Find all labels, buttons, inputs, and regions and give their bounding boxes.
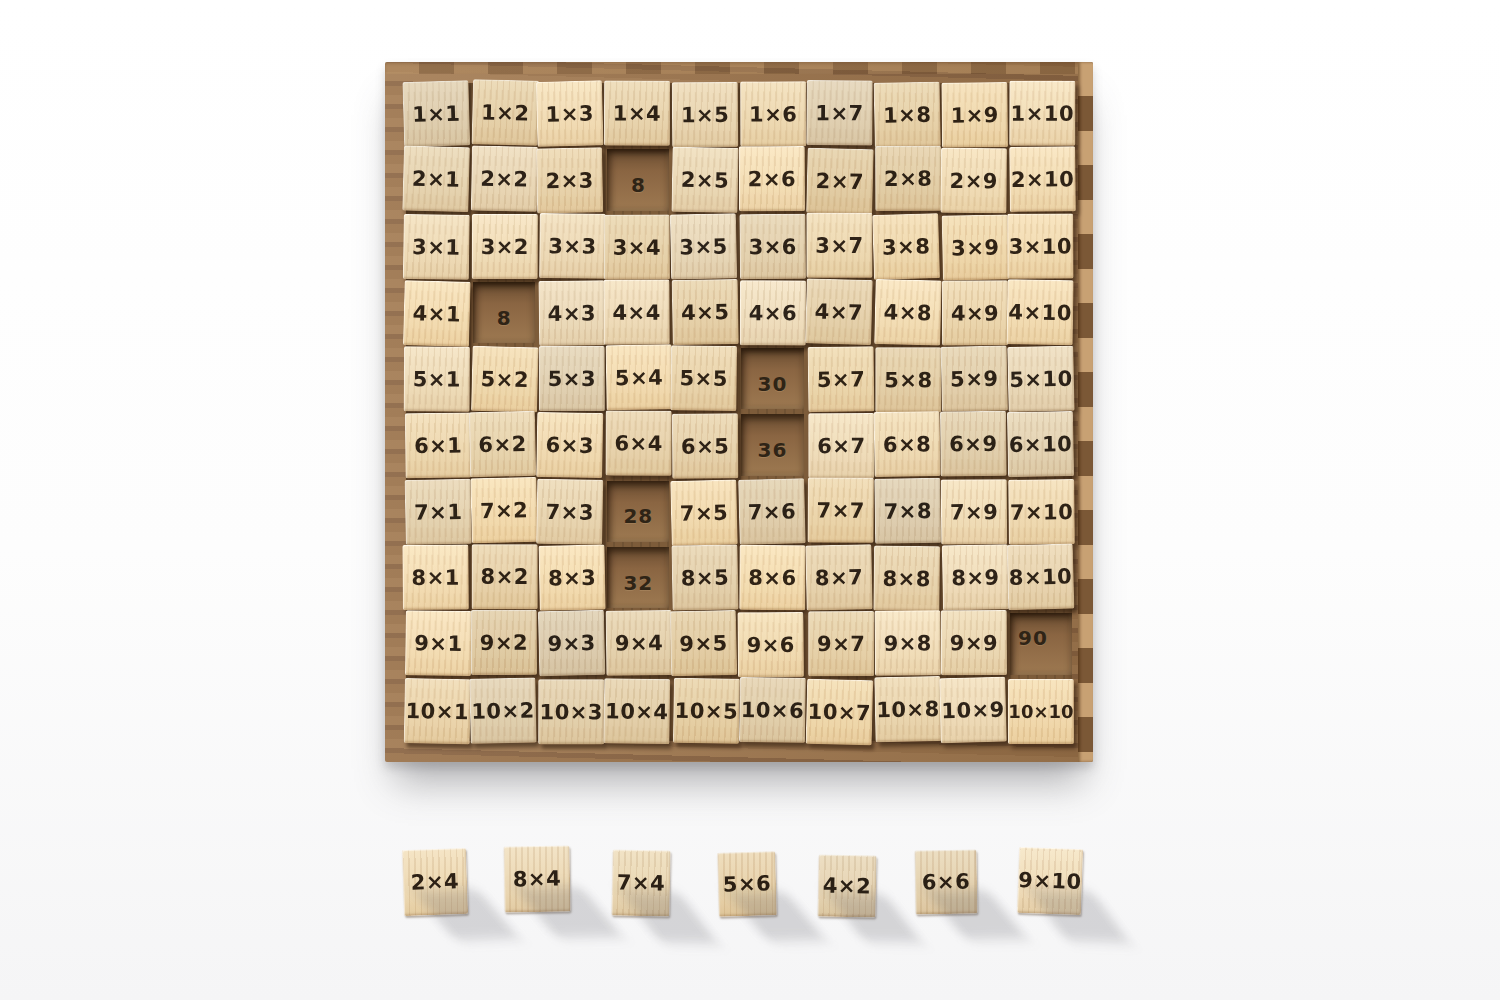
board-cell-r1c5: 1×5 xyxy=(674,83,736,144)
loose-tile-9x10[interactable]: 9×10 xyxy=(1017,847,1083,915)
board-cell-r3c4: 3×4 xyxy=(607,216,669,277)
tile-10x3[interactable]: 10×3 xyxy=(538,679,604,744)
tile-6x5[interactable]: 6×5 xyxy=(672,414,738,480)
board-cell-r9c2: 9×2 xyxy=(473,613,535,674)
board-cell-r5c7: 5×7 xyxy=(809,348,871,409)
tile-9x9[interactable]: 9×9 xyxy=(941,610,1007,676)
tile-8x5[interactable]: 8×5 xyxy=(672,545,739,611)
tile-2x3[interactable]: 2×3 xyxy=(536,148,603,214)
tile-3x7[interactable]: 3×7 xyxy=(806,212,872,277)
tile-7x7[interactable]: 7×7 xyxy=(807,477,873,543)
board-cell-r2c5: 2×5 xyxy=(674,149,736,210)
board-cell-r4c7: 4×7 xyxy=(809,282,871,343)
tile-9x2[interactable]: 9×2 xyxy=(471,610,537,676)
tile-7x10[interactable]: 7×10 xyxy=(1008,479,1075,545)
board-cell-r7c5: 7×5 xyxy=(674,481,736,542)
tile-4x3[interactable]: 4×3 xyxy=(539,280,606,346)
loose-tile-5x6[interactable]: 5×6 xyxy=(717,851,777,916)
board-cell-r7c1: 7×1 xyxy=(406,481,468,542)
revealed-answer-r9c10: 90 xyxy=(1018,626,1048,650)
board-cell-r10c2: 10×2 xyxy=(473,680,535,741)
tile-5x10[interactable]: 5×10 xyxy=(1007,346,1074,413)
tile-5x3[interactable]: 5×3 xyxy=(539,346,605,411)
board-cell-r6c1: 6×1 xyxy=(406,414,468,475)
tile-5x9[interactable]: 5×9 xyxy=(940,346,1007,413)
revealed-answer-r2c4: 8 xyxy=(631,173,646,197)
finger-joints-right xyxy=(1078,62,1093,762)
board-cell-r5c6[interactable]: 30 xyxy=(741,348,803,409)
board-cell-r8c10: 8×10 xyxy=(1010,547,1072,608)
board-cell-r9c8: 9×8 xyxy=(876,613,938,674)
tile-1x4[interactable]: 1×4 xyxy=(604,80,670,146)
board-cell-r10c5: 10×5 xyxy=(674,680,736,741)
tile-8x8[interactable]: 8×8 xyxy=(873,546,940,612)
board-cell-r6c4: 6×4 xyxy=(607,414,669,475)
tile-5x4[interactable]: 5×4 xyxy=(606,344,673,410)
board-cell-r7c2: 7×2 xyxy=(473,481,535,542)
board-cell-r2c9: 2×9 xyxy=(943,149,1005,210)
board-cell-r2c2: 2×2 xyxy=(473,149,535,210)
tile-7x6[interactable]: 7×6 xyxy=(739,478,807,545)
tile-10x2[interactable]: 10×2 xyxy=(469,677,536,744)
loose-tile-6x6[interactable]: 6×6 xyxy=(914,849,977,914)
board-cell-r6c8: 6×8 xyxy=(876,414,938,475)
tile-5x7[interactable]: 5×7 xyxy=(807,346,874,412)
tile-9x3[interactable]: 9×3 xyxy=(538,610,606,677)
tile-4x6[interactable]: 4×6 xyxy=(740,280,806,346)
board-cell-r5c10: 5×10 xyxy=(1010,348,1072,409)
board-cell-r10c8: 10×8 xyxy=(876,680,938,741)
board-cell-r4c8: 4×8 xyxy=(876,282,938,343)
board-cell-r5c5: 5×5 xyxy=(674,348,736,409)
board-cell-r2c3: 2×3 xyxy=(540,149,602,210)
board-cell-r8c6: 8×6 xyxy=(741,547,803,608)
board-cell-r5c3: 5×3 xyxy=(540,348,602,409)
tile-4x1[interactable]: 4×1 xyxy=(403,280,471,347)
board-cell-r6c3: 6×3 xyxy=(540,414,602,475)
tile-9x5[interactable]: 9×5 xyxy=(670,610,738,677)
board-cell-r10c4: 10×4 xyxy=(607,680,669,741)
board-cell-r8c3: 8×3 xyxy=(540,547,602,608)
revealed-answer-r8c4: 32 xyxy=(623,571,653,595)
revealed-answer-r6c6: 36 xyxy=(758,438,788,462)
tile-6x7[interactable]: 6×7 xyxy=(808,414,874,479)
board-cell-r8c1: 8×1 xyxy=(406,547,468,608)
tile-9x4[interactable]: 9×4 xyxy=(606,610,673,676)
tile-7x5[interactable]: 7×5 xyxy=(671,479,739,546)
board-cell-r3c3: 3×3 xyxy=(540,216,602,277)
board-cell-r5c9: 5×9 xyxy=(943,348,1005,409)
board-cell-r9c10[interactable]: 90 xyxy=(1010,613,1072,674)
board-cell-r1c9: 1×9 xyxy=(943,83,1005,144)
tile-2x5[interactable]: 2×5 xyxy=(672,147,739,213)
tile-2x1[interactable]: 2×1 xyxy=(402,146,470,213)
board-cell-r9c3: 9×3 xyxy=(540,613,602,674)
board-cell-r10c6: 10×6 xyxy=(741,680,803,741)
tile-7x8[interactable]: 7×8 xyxy=(874,478,941,544)
tile-9x1[interactable]: 9×1 xyxy=(405,611,472,677)
tile-9x7[interactable]: 9×7 xyxy=(808,611,874,676)
board-cell-r2c7: 2×7 xyxy=(809,149,871,210)
board-cell-r4c4: 4×4 xyxy=(607,282,669,343)
board-cell-r3c5: 3×5 xyxy=(674,216,736,277)
board-cell-r1c7: 1×7 xyxy=(809,83,871,144)
board-cell-r3c8: 3×8 xyxy=(876,216,938,277)
board-cell-r3c7: 3×7 xyxy=(809,216,871,277)
tile-2x2[interactable]: 2×2 xyxy=(471,146,538,212)
board-cell-r6c9: 6×9 xyxy=(943,414,1005,475)
revealed-answer-r5c6: 30 xyxy=(758,372,788,396)
board-cell-r3c10: 3×10 xyxy=(1010,216,1072,277)
tile-5x1[interactable]: 5×1 xyxy=(404,347,470,413)
revealed-answer-r7c4: 28 xyxy=(623,504,653,528)
tile-6x4[interactable]: 6×4 xyxy=(606,411,672,477)
board-cell-r7c9: 7×9 xyxy=(943,481,1005,542)
tile-1x5[interactable]: 1×5 xyxy=(672,82,739,148)
tile-1x9[interactable]: 1×9 xyxy=(941,82,1008,148)
board-cell-r4c6: 4×6 xyxy=(741,282,803,343)
board-cell-r8c9: 8×9 xyxy=(943,547,1005,608)
tile-9x8[interactable]: 9×8 xyxy=(874,611,941,677)
tile-6x10[interactable]: 6×10 xyxy=(1007,411,1074,478)
tile-7x1[interactable]: 7×1 xyxy=(405,478,472,545)
tile-10x4[interactable]: 10×4 xyxy=(604,678,671,744)
board-cell-r8c8: 8×8 xyxy=(876,547,938,608)
board-cell-r10c9: 10×9 xyxy=(943,680,1005,741)
tile-3x6[interactable]: 3×6 xyxy=(740,213,807,279)
tile-4x5[interactable]: 4×5 xyxy=(672,279,739,345)
board-cell-r5c2: 5×2 xyxy=(473,348,535,409)
tile-6x1[interactable]: 6×1 xyxy=(405,413,472,479)
board-cell-r10c3: 10×3 xyxy=(540,680,602,741)
board-cell-r5c8: 5×8 xyxy=(876,348,938,409)
board-cell-r8c7: 8×7 xyxy=(809,547,871,608)
tile-1x3[interactable]: 1×3 xyxy=(536,80,604,147)
tile-3x2[interactable]: 3×2 xyxy=(472,213,538,279)
tile-8x6[interactable]: 8×6 xyxy=(740,545,806,611)
board-cell-r4c5: 4×5 xyxy=(674,282,736,343)
board-grid: 1×11×21×31×41×51×61×71×81×91×102×12×22×3… xyxy=(406,83,1072,741)
board-cell-r5c4: 5×4 xyxy=(607,348,669,409)
board-cell-r4c9: 4×9 xyxy=(943,282,1005,343)
tile-8x7[interactable]: 8×7 xyxy=(805,544,872,611)
board-cell-r9c9: 9×9 xyxy=(943,613,1005,674)
board-cell-r1c6: 1×6 xyxy=(741,83,803,144)
tile-3x3[interactable]: 3×3 xyxy=(539,213,606,279)
board-cell-r2c1: 2×1 xyxy=(406,149,468,210)
tile-10x10[interactable]: 10×10 xyxy=(1008,679,1074,744)
board-cell-r8c5: 8×5 xyxy=(674,547,736,608)
board-cell-r6c6[interactable]: 36 xyxy=(741,414,803,475)
tile-4x10[interactable]: 4×10 xyxy=(1007,279,1074,345)
board-cell-r4c3: 4×3 xyxy=(540,282,602,343)
tile-3x9[interactable]: 3×9 xyxy=(941,214,1008,281)
loose-tile-8x4[interactable]: 8×4 xyxy=(503,845,570,912)
board-cell-r1c1: 1×1 xyxy=(406,83,468,144)
tile-8x10[interactable]: 8×10 xyxy=(1007,544,1075,611)
tile-6x2[interactable]: 6×2 xyxy=(469,411,536,478)
tile-3x5[interactable]: 3×5 xyxy=(670,213,737,280)
tile-1x2[interactable]: 1×2 xyxy=(472,79,540,146)
board-cell-r3c2: 3×2 xyxy=(473,216,535,277)
tile-7x2[interactable]: 7×2 xyxy=(470,477,538,544)
tile-1x7[interactable]: 1×7 xyxy=(806,80,873,146)
tile-10x5[interactable]: 10×5 xyxy=(673,677,740,743)
tile-7x9[interactable]: 7×9 xyxy=(941,479,1008,545)
board-cell-r1c8: 1×8 xyxy=(876,83,938,144)
board-cell-r2c8: 2×8 xyxy=(876,149,938,210)
board-cell-r5c1: 5×1 xyxy=(406,348,468,409)
tile-5x5[interactable]: 5×5 xyxy=(671,345,738,411)
board-cell-r10c1: 10×1 xyxy=(406,680,468,741)
finger-joints-top xyxy=(385,62,1093,74)
board-cell-r1c2: 1×2 xyxy=(473,83,535,144)
tile-2x9[interactable]: 2×9 xyxy=(940,148,1007,214)
tile-2x10[interactable]: 2×10 xyxy=(1009,147,1076,213)
board-cell-r7c3: 7×3 xyxy=(540,481,602,542)
tile-4x4[interactable]: 4×4 xyxy=(604,279,670,345)
board-cell-r6c2: 6×2 xyxy=(473,414,535,475)
board-cell-r9c5: 9×5 xyxy=(674,613,736,674)
tile-3x8[interactable]: 3×8 xyxy=(872,213,940,280)
tile-4x7[interactable]: 4×7 xyxy=(805,278,873,345)
board-cell-r6c5: 6×5 xyxy=(674,414,736,475)
board-cell-r8c2: 8×2 xyxy=(473,547,535,608)
board-cell-r3c9: 3×9 xyxy=(943,216,1005,277)
board-cell-r4c10: 4×10 xyxy=(1010,282,1072,343)
tile-3x10[interactable]: 3×10 xyxy=(1007,213,1073,279)
tile-4x9[interactable]: 4×9 xyxy=(942,280,1008,345)
tile-10x8[interactable]: 10×8 xyxy=(874,676,941,743)
tile-3x4[interactable]: 3×4 xyxy=(604,214,670,280)
multiplication-board: 1×11×21×31×41×51×61×71×81×91×102×12×22×3… xyxy=(385,62,1093,762)
tile-2x6[interactable]: 2×6 xyxy=(739,146,805,212)
board-cell-r9c6: 9×6 xyxy=(741,613,803,674)
board-cell-r2c6: 2×6 xyxy=(741,149,803,210)
tile-10x7[interactable]: 10×7 xyxy=(805,678,873,745)
board-cell-r1c10: 1×10 xyxy=(1010,83,1072,144)
tile-2x8[interactable]: 2×8 xyxy=(875,146,941,212)
revealed-answer-r4c2: 8 xyxy=(497,306,512,330)
board-cell-r2c4[interactable]: 8 xyxy=(607,149,669,210)
board-cell-r6c7: 6×7 xyxy=(809,414,871,475)
board-cell-r9c4: 9×4 xyxy=(607,613,669,674)
tile-8x3[interactable]: 8×3 xyxy=(539,545,606,611)
tile-3x1[interactable]: 3×1 xyxy=(403,214,470,280)
board-cell-r9c7: 9×7 xyxy=(809,613,871,674)
board-cell-r7c8: 7×8 xyxy=(876,481,938,542)
tile-5x2[interactable]: 5×2 xyxy=(471,346,539,413)
loose-tile-2x4[interactable]: 2×4 xyxy=(402,848,468,916)
tile-10x6[interactable]: 10×6 xyxy=(739,677,806,743)
board-cell-r8c4[interactable]: 32 xyxy=(607,547,669,608)
tile-1x8[interactable]: 1×8 xyxy=(873,82,940,149)
tile-8x2[interactable]: 8×2 xyxy=(472,544,538,609)
tile-8x9[interactable]: 8×9 xyxy=(942,544,1009,610)
board-cell-r7c4[interactable]: 28 xyxy=(607,481,669,542)
tile-6x9[interactable]: 6×9 xyxy=(940,411,1007,477)
tile-7x3[interactable]: 7×3 xyxy=(536,479,603,545)
tile-5x8[interactable]: 5×8 xyxy=(875,347,941,412)
board-cell-r3c1: 3×1 xyxy=(406,216,468,277)
tile-6x8[interactable]: 6×8 xyxy=(873,412,940,478)
board-cell-r3c6: 3×6 xyxy=(741,216,803,277)
tile-1x10[interactable]: 1×10 xyxy=(1009,81,1075,146)
board-cell-r9c1: 9×1 xyxy=(406,613,468,674)
board-cell-r1c3: 1×3 xyxy=(540,83,602,144)
tile-1x1[interactable]: 1×1 xyxy=(402,80,470,147)
board-cell-r10c7: 10×7 xyxy=(809,680,871,741)
loose-tile-7x4[interactable]: 7×4 xyxy=(611,849,670,916)
board-cell-r4c2[interactable]: 8 xyxy=(473,282,535,343)
tile-1x6[interactable]: 1×6 xyxy=(741,81,807,146)
board-cell-r2c10: 2×10 xyxy=(1010,149,1072,210)
board-cell-r4c1: 4×1 xyxy=(406,282,468,343)
board-cell-r7c10: 7×10 xyxy=(1010,481,1072,542)
loose-tile-4x2[interactable]: 4×2 xyxy=(817,854,876,917)
tile-2x7[interactable]: 2×7 xyxy=(806,148,874,215)
tile-10x1[interactable]: 10×1 xyxy=(404,678,471,744)
board-cell-r1c4: 1×4 xyxy=(607,83,669,144)
board-cell-r7c6: 7×6 xyxy=(741,481,803,542)
board-cell-r10c10: 10×10 xyxy=(1010,680,1072,741)
tile-8x1[interactable]: 8×1 xyxy=(402,545,469,611)
board-cell-r7c7: 7×7 xyxy=(809,481,871,542)
tile-4x8[interactable]: 4×8 xyxy=(874,279,942,346)
tile-6x3[interactable]: 6×3 xyxy=(536,412,603,478)
board-cell-r6c10: 6×10 xyxy=(1010,414,1072,475)
tile-10x9[interactable]: 10×9 xyxy=(939,676,1007,743)
tile-9x6[interactable]: 9×6 xyxy=(738,612,805,678)
